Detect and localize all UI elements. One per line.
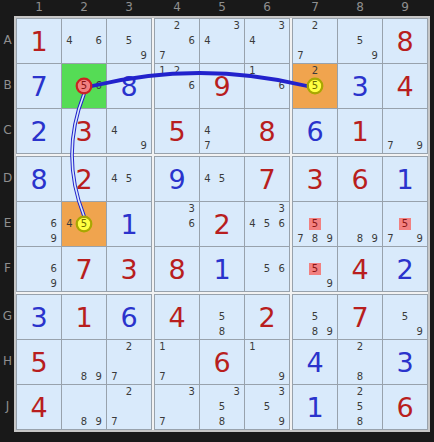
candidate-grid: 37 <box>155 385 199 429</box>
candidate-4: 4 <box>200 124 215 139</box>
candidate-5: 5 <box>215 172 230 187</box>
row-label-B: B <box>2 78 13 93</box>
candidate-grid: 16 <box>245 64 289 108</box>
candidate-1: 1 <box>245 64 260 79</box>
cell-F5[interactable]: 1 <box>200 247 244 291</box>
cell-C2[interactable]: 3 <box>62 109 106 153</box>
candidate-grid: 58 <box>200 295 244 339</box>
cell-G4[interactable]: 4 <box>155 295 199 339</box>
cell-H3[interactable]: 27 <box>107 340 151 384</box>
cell-E5[interactable]: 2 <box>200 202 244 246</box>
cell-value: 8 <box>396 28 413 55</box>
candidate-6: 6 <box>184 34 199 49</box>
cell-value: 3 <box>306 166 323 193</box>
cell-E2[interactable]: 45 <box>62 202 106 246</box>
candidate-7: 7 <box>155 48 170 63</box>
cell-F7[interactable]: 59 <box>293 247 337 291</box>
candidate-3: 3 <box>184 202 199 217</box>
cell-J5[interactable]: 358 <box>200 385 244 429</box>
cell-value: 6 <box>396 394 413 421</box>
candidate-6: 6 <box>91 34 106 49</box>
candidate-grid: 45 <box>107 157 151 201</box>
sudoku-app: 123456789ABCDEFGHJ 146597568234926734341… <box>0 0 434 442</box>
candidate-5: 5 <box>309 80 322 93</box>
cell-B8[interactable]: 3 <box>338 64 382 108</box>
row-label-C: C <box>2 123 13 138</box>
candidate-5: 5 <box>399 218 412 231</box>
candidate-8: 8 <box>308 231 323 246</box>
cell-value: 5 <box>30 349 47 376</box>
candidate-grid: 27 <box>107 385 151 429</box>
cell-A7[interactable]: 27 <box>293 19 337 63</box>
candidate-9: 9 <box>367 231 382 246</box>
cell-H1[interactable]: 5 <box>17 340 61 384</box>
box-0-0: 1465975682349 <box>16 18 152 154</box>
cell-J3[interactable]: 27 <box>107 385 151 429</box>
cell-C5[interactable]: 47 <box>200 109 244 153</box>
candidate-grid: 45 <box>62 202 106 246</box>
candidate-grid: 89 <box>338 202 382 246</box>
candidate-6: 6 <box>46 262 61 277</box>
box-2-0: 3165892748927 <box>16 294 152 430</box>
sudoku-board: 1465975682349267343412691654782759825346… <box>14 16 430 432</box>
cell-A5[interactable]: 34 <box>200 19 244 63</box>
cell-A2[interactable]: 46 <box>62 19 106 63</box>
cell-F4[interactable]: 8 <box>155 247 199 291</box>
cell-G8[interactable]: 7 <box>338 295 382 339</box>
cell-G5[interactable]: 58 <box>200 295 244 339</box>
cell-value: 3 <box>396 349 413 376</box>
cell-value: 4 <box>30 394 47 421</box>
candidate-8: 8 <box>215 414 230 429</box>
candidate-9: 9 <box>91 369 106 384</box>
cell-D1[interactable]: 8 <box>17 157 61 201</box>
cell-value: 9 <box>213 73 230 100</box>
cell-C1[interactable]: 2 <box>17 109 61 153</box>
cell-F9[interactable]: 2 <box>383 247 427 291</box>
cell-value: 4 <box>351 256 368 283</box>
candidate-2: 2 <box>122 340 137 355</box>
cell-D9[interactable]: 1 <box>383 157 427 201</box>
row-label-H: H <box>2 354 13 369</box>
cell-value: 7 <box>351 304 368 331</box>
candidate-grid: 46 <box>62 19 106 63</box>
cell-A4[interactable]: 267 <box>155 19 199 63</box>
candidate-grid: 59 <box>338 19 382 63</box>
candidate-grid: 59 <box>107 19 151 63</box>
col-label-6: 6 <box>259 0 275 15</box>
candidate-8: 8 <box>215 324 230 339</box>
candidate-4: 4 <box>200 172 215 187</box>
cell-H5[interactable]: 6 <box>200 340 244 384</box>
candidate-4: 4 <box>107 172 122 187</box>
col-label-1: 1 <box>31 0 47 15</box>
candidate-grid: 19 <box>245 340 289 384</box>
cell-value: 1 <box>306 394 323 421</box>
candidate-6: 6 <box>274 262 289 277</box>
candidate-3: 3 <box>274 385 289 400</box>
candidate-7: 7 <box>107 414 122 429</box>
candidate-5: 5 <box>398 310 413 325</box>
candidate-grid: 25 <box>293 64 337 108</box>
cell-value: 1 <box>396 166 413 193</box>
candidate-grid: 89 <box>62 385 106 429</box>
cell-value: 2 <box>213 211 230 238</box>
cell-A3[interactable]: 59 <box>107 19 151 63</box>
cell-A8[interactable]: 59 <box>338 19 382 63</box>
cell-value: 6 <box>120 304 137 331</box>
cell-value: 2 <box>30 118 47 145</box>
cell-D2[interactable]: 2 <box>62 157 106 201</box>
candidate-9: 9 <box>274 414 289 429</box>
candidate-5: 5 <box>78 80 91 93</box>
candidate-2: 2 <box>308 64 323 79</box>
row-label-F: F <box>2 261 13 276</box>
cell-G9[interactable]: 59 <box>383 295 427 339</box>
cell-F2[interactable]: 7 <box>62 247 106 291</box>
candidate-grid: 34 <box>245 19 289 63</box>
cell-F6[interactable]: 56 <box>245 247 289 291</box>
col-label-7: 7 <box>307 0 323 15</box>
candidate-9: 9 <box>322 324 337 339</box>
candidate-1: 1 <box>155 340 170 355</box>
candidate-grid: 56 <box>245 247 289 291</box>
cell-value: 4 <box>306 349 323 376</box>
row-label-E: E <box>2 216 13 231</box>
candidate-grid: 3456 <box>245 202 289 246</box>
col-label-3: 3 <box>121 0 137 15</box>
candidate-9: 9 <box>136 138 151 153</box>
cell-value: 5 <box>168 118 185 145</box>
candidate-grid: 589 <box>293 295 337 339</box>
candidate-6: 6 <box>274 79 289 94</box>
candidate-7: 7 <box>383 231 398 246</box>
cell-H9[interactable]: 3 <box>383 340 427 384</box>
cell-E9[interactable]: 579 <box>383 202 427 246</box>
cell-value: 1 <box>351 118 368 145</box>
cell-value: 3 <box>75 118 92 145</box>
cell-C4[interactable]: 5 <box>155 109 199 153</box>
candidate-grid: 45 <box>200 157 244 201</box>
cell-value: 4 <box>396 73 413 100</box>
candidate-9: 9 <box>412 324 427 339</box>
candidate-9: 9 <box>412 138 427 153</box>
cell-G1[interactable]: 3 <box>17 295 61 339</box>
candidate-4: 4 <box>200 34 215 49</box>
cell-G2[interactable]: 1 <box>62 295 106 339</box>
cell-D3[interactable]: 45 <box>107 157 151 201</box>
cell-D7[interactable]: 3 <box>293 157 337 201</box>
candidate-6: 6 <box>184 79 199 94</box>
candidate-grid: 47 <box>200 109 244 153</box>
cell-H4[interactable]: 17 <box>155 340 199 384</box>
candidate-9: 9 <box>274 369 289 384</box>
cell-H6[interactable]: 19 <box>245 340 289 384</box>
cell-H8[interactable]: 28 <box>338 340 382 384</box>
candidate-5: 5 <box>78 218 91 231</box>
candidate-5: 5 <box>353 34 368 49</box>
cell-value: 3 <box>30 304 47 331</box>
box-0-2: 2759825346179 <box>292 18 428 154</box>
cell-J7[interactable]: 1 <box>293 385 337 429</box>
candidate-2: 2 <box>170 64 185 79</box>
cell-F3[interactable]: 3 <box>107 247 151 291</box>
candidate-2: 2 <box>308 19 323 34</box>
candidate-4: 4 <box>245 34 260 49</box>
cell-value: 1 <box>213 256 230 283</box>
cell-value: 2 <box>75 166 92 193</box>
candidate-grid: 49 <box>107 109 151 153</box>
candidate-9: 9 <box>322 231 337 246</box>
candidate-9: 9 <box>91 414 106 429</box>
candidate-3: 3 <box>274 19 289 34</box>
candidate-grid: 358 <box>200 385 244 429</box>
cell-C7[interactable]: 6 <box>293 109 337 153</box>
candidate-5: 5 <box>215 400 230 415</box>
candidate-1: 1 <box>155 64 170 79</box>
candidate-5: 5 <box>260 262 275 277</box>
candidate-5: 5 <box>260 400 275 415</box>
box-1-0: 8245694516973 <box>16 156 152 292</box>
col-label-4: 4 <box>169 0 185 15</box>
cell-G6[interactable]: 2 <box>245 295 289 339</box>
row-label-D: D <box>2 171 13 186</box>
candidate-8: 8 <box>353 414 368 429</box>
cell-G3[interactable]: 6 <box>107 295 151 339</box>
cell-J9[interactable]: 6 <box>383 385 427 429</box>
cell-B6[interactable]: 16 <box>245 64 289 108</box>
cell-J2[interactable]: 89 <box>62 385 106 429</box>
candidate-7: 7 <box>155 414 170 429</box>
box-2-1: 45821761937358359 <box>154 294 290 430</box>
cell-D5[interactable]: 45 <box>200 157 244 201</box>
col-label-8: 8 <box>352 0 368 15</box>
row-label-A: A <box>2 33 13 48</box>
cell-A1[interactable]: 1 <box>17 19 61 63</box>
cell-J6[interactable]: 359 <box>245 385 289 429</box>
cell-J1[interactable]: 4 <box>17 385 61 429</box>
candidate-grid: 27 <box>293 19 337 63</box>
cell-D6[interactable]: 7 <box>245 157 289 201</box>
cell-C8[interactable]: 1 <box>338 109 382 153</box>
candidate-2: 2 <box>353 385 368 400</box>
candidate-5: 5 <box>122 34 137 49</box>
candidate-4: 4 <box>62 34 77 49</box>
candidate-4: 4 <box>245 217 260 232</box>
cell-F1[interactable]: 69 <box>17 247 61 291</box>
cell-value: 7 <box>258 166 275 193</box>
cell-value: 8 <box>258 118 275 145</box>
candidate-9: 9 <box>412 231 427 246</box>
cell-value: 1 <box>30 28 47 55</box>
cell-E7[interactable]: 5789 <box>293 202 337 246</box>
col-label-2: 2 <box>76 0 92 15</box>
candidate-grid: 258 <box>338 385 382 429</box>
candidate-7: 7 <box>200 138 215 153</box>
cell-value: 9 <box>168 166 185 193</box>
candidate-7: 7 <box>293 48 308 63</box>
candidate-5: 5 <box>215 310 230 325</box>
cell-C3[interactable]: 49 <box>107 109 151 153</box>
candidate-8: 8 <box>353 231 368 246</box>
cell-G7[interactable]: 589 <box>293 295 337 339</box>
cell-J8[interactable]: 258 <box>338 385 382 429</box>
cell-value: 8 <box>30 166 47 193</box>
cell-C6[interactable]: 8 <box>245 109 289 153</box>
cell-B7[interactable]: 25 <box>293 64 337 108</box>
candidate-7: 7 <box>155 369 170 384</box>
candidate-grid: 126 <box>155 64 199 108</box>
candidate-grid: 5789 <box>293 202 337 246</box>
candidate-9: 9 <box>46 231 61 246</box>
candidate-grid: 59 <box>383 295 427 339</box>
cell-value: 8 <box>168 256 185 283</box>
candidate-3: 3 <box>229 19 244 34</box>
cell-B3[interactable]: 8 <box>107 64 151 108</box>
col-label-9: 9 <box>397 0 413 15</box>
cell-value: 1 <box>75 304 92 331</box>
candidate-8: 8 <box>77 369 92 384</box>
candidate-5: 5 <box>309 263 322 276</box>
row-label-G: G <box>2 309 13 324</box>
cell-H2[interactable]: 89 <box>62 340 106 384</box>
candidate-5: 5 <box>353 400 368 415</box>
cell-B2[interactable]: 56 <box>62 64 106 108</box>
candidate-grid: 69 <box>17 247 61 291</box>
candidate-9: 9 <box>46 276 61 291</box>
cell-value: 6 <box>306 118 323 145</box>
box-1-1: 945736234568156 <box>154 156 290 292</box>
candidate-grid: 34 <box>200 19 244 63</box>
cell-B5[interactable]: 9 <box>200 64 244 108</box>
candidate-8: 8 <box>353 369 368 384</box>
candidate-grid: 59 <box>293 247 337 291</box>
candidate-7: 7 <box>293 231 308 246</box>
cell-value: 3 <box>120 256 137 283</box>
candidate-7: 7 <box>383 138 398 153</box>
candidate-9: 9 <box>136 48 151 63</box>
col-label-5: 5 <box>214 0 230 15</box>
cell-E1[interactable]: 69 <box>17 202 61 246</box>
candidate-5: 5 <box>260 217 275 232</box>
cell-E4[interactable]: 36 <box>155 202 199 246</box>
cell-B9[interactable]: 4 <box>383 64 427 108</box>
candidate-grid: 89 <box>62 340 106 384</box>
candidate-grid: 79 <box>383 109 427 153</box>
candidate-9: 9 <box>367 48 382 63</box>
cell-value: 7 <box>30 73 47 100</box>
cell-value: 3 <box>351 73 368 100</box>
candidate-8: 8 <box>308 324 323 339</box>
candidate-grid: 56 <box>62 64 106 108</box>
cell-E6[interactable]: 3456 <box>245 202 289 246</box>
cell-B1[interactable]: 7 <box>17 64 61 108</box>
candidate-grid: 69 <box>17 202 61 246</box>
candidate-6: 6 <box>184 217 199 232</box>
cell-value: 4 <box>168 304 185 331</box>
box-0-1: 26734341269165478 <box>154 18 290 154</box>
cell-B4[interactable]: 126 <box>155 64 199 108</box>
candidate-grid: 17 <box>155 340 199 384</box>
candidate-3: 3 <box>274 202 289 217</box>
candidate-5: 5 <box>122 172 137 187</box>
cell-D8[interactable]: 6 <box>338 157 382 201</box>
candidate-4: 4 <box>107 124 122 139</box>
candidate-6: 6 <box>46 217 61 232</box>
cell-E3[interactable]: 1 <box>107 202 151 246</box>
candidate-3: 3 <box>184 385 199 400</box>
cell-D4[interactable]: 9 <box>155 157 199 201</box>
cell-value: 2 <box>258 304 275 331</box>
candidate-4: 4 <box>62 217 77 232</box>
candidate-2: 2 <box>353 340 368 355</box>
cell-value: 8 <box>120 73 137 100</box>
candidate-5: 5 <box>308 310 323 325</box>
candidate-1: 1 <box>245 340 260 355</box>
candidate-8: 8 <box>77 414 92 429</box>
cell-F8[interactable]: 4 <box>338 247 382 291</box>
candidate-grid: 36 <box>155 202 199 246</box>
cell-H7[interactable]: 4 <box>293 340 337 384</box>
cell-C9[interactable]: 79 <box>383 109 427 153</box>
candidate-grid: 28 <box>338 340 382 384</box>
cell-value: 1 <box>120 211 137 238</box>
cell-value: 6 <box>213 349 230 376</box>
cell-value: 2 <box>396 256 413 283</box>
cell-A6[interactable]: 34 <box>245 19 289 63</box>
candidate-grid: 27 <box>107 340 151 384</box>
candidate-grid: 579 <box>383 202 427 246</box>
cell-value: 7 <box>75 256 92 283</box>
box-1-2: 3615789895795942 <box>292 156 428 292</box>
candidate-5: 5 <box>309 218 322 231</box>
candidate-7: 7 <box>107 369 122 384</box>
candidate-2: 2 <box>122 385 137 400</box>
candidate-grid: 359 <box>245 385 289 429</box>
cell-value: 6 <box>351 166 368 193</box>
box-2-2: 589759428312586 <box>292 294 428 430</box>
cell-E8[interactable]: 89 <box>338 202 382 246</box>
cell-J4[interactable]: 37 <box>155 385 199 429</box>
candidate-2: 2 <box>170 19 185 34</box>
row-label-J: J <box>2 399 13 414</box>
candidate-3: 3 <box>229 385 244 400</box>
candidate-6: 6 <box>274 217 289 232</box>
candidate-9: 9 <box>322 276 337 291</box>
candidate-grid: 267 <box>155 19 199 63</box>
candidate-6: 6 <box>91 79 106 94</box>
cell-A9[interactable]: 8 <box>383 19 427 63</box>
